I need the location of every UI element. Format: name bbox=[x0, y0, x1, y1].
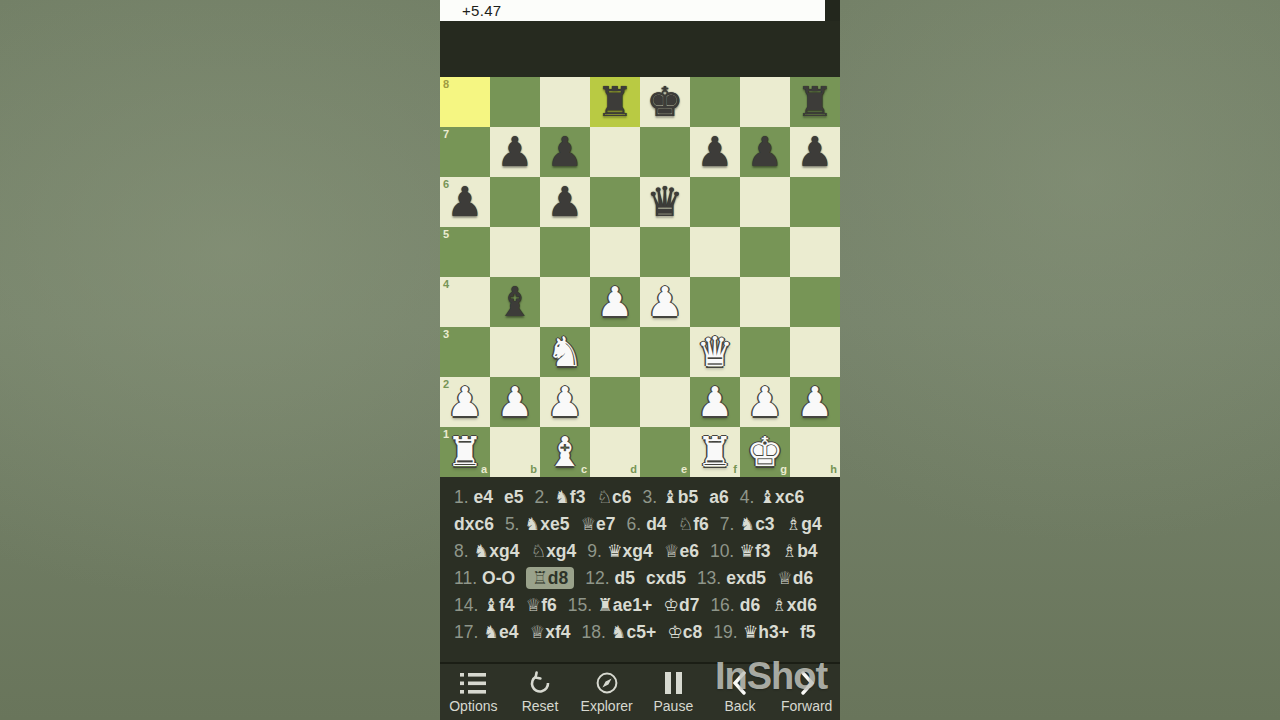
square-f3[interactable]: ♛ bbox=[690, 327, 740, 377]
chevron-right-icon bbox=[797, 670, 817, 696]
move[interactable]: ♝xc6 bbox=[759, 487, 804, 507]
eval-value: +5.47 bbox=[440, 2, 501, 19]
square-c3[interactable]: ♞ bbox=[540, 327, 590, 377]
move[interactable]: ♞e4 bbox=[483, 622, 518, 642]
move[interactable]: ♘c6 bbox=[596, 487, 631, 507]
white-pawn-c2[interactable]: ♟ bbox=[547, 377, 584, 427]
square-c5[interactable] bbox=[540, 227, 590, 277]
move[interactable]: ♗b4 bbox=[781, 541, 817, 561]
black-pawn-g7[interactable]: ♟ bbox=[747, 127, 784, 177]
square-c7[interactable]: ♟ bbox=[540, 127, 590, 177]
square-b3[interactable] bbox=[490, 327, 540, 377]
white-rook-a1[interactable]: ♜ bbox=[447, 427, 484, 477]
forward-label: Forward bbox=[781, 698, 832, 714]
forward-button[interactable]: Forward bbox=[773, 664, 840, 720]
move[interactable]: ♕d6 bbox=[777, 568, 813, 588]
compass-icon bbox=[595, 670, 619, 696]
move[interactable]: ♘xg4 bbox=[530, 541, 576, 561]
move[interactable]: ♞c3 bbox=[739, 514, 774, 534]
move[interactable]: ♞xe5 bbox=[525, 514, 570, 534]
pause-button[interactable]: Pause bbox=[640, 664, 707, 720]
rank-label-3: 3 bbox=[443, 329, 449, 340]
chevron-left-icon bbox=[730, 670, 750, 696]
move-number: 18. bbox=[581, 622, 605, 642]
move-line-4: 11.O-O♖d812.d5cxd513.exd5♕d6 bbox=[454, 565, 840, 592]
square-e1[interactable]: e bbox=[640, 427, 690, 477]
move[interactable]: ♞c5+ bbox=[611, 622, 656, 642]
square-c4[interactable] bbox=[540, 277, 590, 327]
square-h3[interactable] bbox=[790, 327, 840, 377]
square-e7[interactable] bbox=[640, 127, 690, 177]
move-number: 4. bbox=[740, 487, 755, 507]
square-e3[interactable] bbox=[640, 327, 690, 377]
square-a5[interactable]: 5 bbox=[440, 227, 490, 277]
black-rook-h8[interactable]: ♜ bbox=[797, 77, 834, 127]
move-number: 1. bbox=[454, 487, 469, 507]
square-b4[interactable]: ♝ bbox=[490, 277, 540, 327]
square-b7[interactable]: ♟ bbox=[490, 127, 540, 177]
white-pawn-a2[interactable]: ♟ bbox=[447, 377, 484, 427]
square-g1[interactable]: g♚ bbox=[740, 427, 790, 477]
file-label-h: h bbox=[830, 464, 837, 475]
move-number: 6. bbox=[627, 514, 642, 534]
move[interactable]: cxd5 bbox=[646, 568, 686, 588]
square-g3[interactable] bbox=[740, 327, 790, 377]
square-d4[interactable]: ♟ bbox=[590, 277, 640, 327]
square-b2[interactable]: ♟ bbox=[490, 377, 540, 427]
square-d5[interactable] bbox=[590, 227, 640, 277]
chess-app-window: +5.47 8♜♚♜7♟♟♟♟♟6♟♟♛54♝♟♟3♞♛2♟♟♟♟♟♟1a♜bc… bbox=[440, 0, 840, 720]
pause-label: Pause bbox=[654, 698, 694, 714]
eval-bar-white-fill: +5.47 bbox=[440, 0, 825, 21]
reset-button[interactable]: Reset bbox=[507, 664, 574, 720]
square-e2[interactable] bbox=[640, 377, 690, 427]
square-b8[interactable] bbox=[490, 77, 540, 127]
move-number: 7. bbox=[720, 514, 735, 534]
move-number: 12. bbox=[585, 568, 609, 588]
move-line-2: dxc65.♞xe5♕e76.d4♘f67.♞c3♗g4 bbox=[454, 511, 840, 538]
square-h5[interactable] bbox=[790, 227, 840, 277]
move-number: 19. bbox=[713, 622, 737, 642]
move[interactable]: ♜ae1+ bbox=[597, 595, 652, 615]
square-a3[interactable]: 3 bbox=[440, 327, 490, 377]
square-b1[interactable]: b bbox=[490, 427, 540, 477]
square-a8[interactable]: 8 bbox=[440, 77, 490, 127]
options-button[interactable]: Options bbox=[440, 664, 507, 720]
move[interactable]: ♕e6 bbox=[664, 541, 699, 561]
reset-icon bbox=[528, 670, 552, 696]
square-c2[interactable]: ♟ bbox=[540, 377, 590, 427]
move[interactable]: O-O bbox=[482, 568, 515, 588]
square-f1[interactable]: f♜ bbox=[690, 427, 740, 477]
rank-label-2: 2 bbox=[443, 379, 449, 390]
white-pawn-h2[interactable]: ♟ bbox=[797, 377, 834, 427]
move[interactable]: ♕f6 bbox=[526, 595, 557, 615]
white-pawn-b2[interactable]: ♟ bbox=[497, 377, 534, 427]
white-queen-f3[interactable]: ♛ bbox=[697, 327, 734, 377]
black-queen-e6[interactable]: ♛ bbox=[647, 177, 684, 227]
black-pawn-f7[interactable]: ♟ bbox=[697, 127, 734, 177]
chess-board[interactable]: 8♜♚♜7♟♟♟♟♟6♟♟♛54♝♟♟3♞♛2♟♟♟♟♟♟1a♜bc♝def♜g… bbox=[440, 77, 840, 477]
square-h7[interactable]: ♟ bbox=[790, 127, 840, 177]
pause-icon bbox=[664, 670, 683, 696]
move[interactable]: d5 bbox=[615, 568, 635, 588]
back-button[interactable]: Back bbox=[707, 664, 774, 720]
rank-label-4: 4 bbox=[443, 279, 449, 290]
square-f4[interactable] bbox=[690, 277, 740, 327]
black-pawn-c7[interactable]: ♟ bbox=[547, 127, 584, 177]
move[interactable]: a6 bbox=[709, 487, 728, 507]
square-g7[interactable]: ♟ bbox=[740, 127, 790, 177]
rank-label-8: 8 bbox=[443, 79, 449, 90]
move[interactable]: ♛f3 bbox=[739, 541, 770, 561]
rank-label-6: 6 bbox=[443, 179, 449, 190]
square-g4[interactable] bbox=[740, 277, 790, 327]
move[interactable]: e5 bbox=[504, 487, 523, 507]
options-label: Options bbox=[449, 698, 497, 714]
move[interactable]: ♔c8 bbox=[667, 622, 702, 642]
white-pawn-d4[interactable]: ♟ bbox=[597, 277, 634, 327]
explorer-label: Explorer bbox=[581, 698, 633, 714]
square-h4[interactable] bbox=[790, 277, 840, 327]
black-rook-d8[interactable]: ♜ bbox=[597, 77, 634, 127]
move-number: 17. bbox=[454, 622, 478, 642]
move-number: 8. bbox=[454, 541, 469, 561]
white-rook-f1[interactable]: ♜ bbox=[697, 427, 734, 477]
move[interactable]: ♝f4 bbox=[483, 595, 514, 615]
move[interactable]: ♗g4 bbox=[786, 514, 822, 534]
white-king-g1[interactable]: ♚ bbox=[747, 427, 784, 477]
square-f6[interactable] bbox=[690, 177, 740, 227]
white-bishop-c1[interactable]: ♝ bbox=[547, 427, 584, 477]
square-d1[interactable]: d bbox=[590, 427, 640, 477]
move[interactable]: ♗xd6 bbox=[771, 595, 817, 615]
square-f7[interactable]: ♟ bbox=[690, 127, 740, 177]
black-bishop-b4[interactable]: ♝ bbox=[497, 277, 534, 327]
square-a6[interactable]: 6♟ bbox=[440, 177, 490, 227]
move[interactable]: ♞f3 bbox=[554, 487, 585, 507]
eval-bar-black-fill bbox=[825, 0, 840, 21]
move[interactable]: ♛h3+ bbox=[743, 622, 789, 642]
rank-label-7: 7 bbox=[443, 129, 449, 140]
rank-label-1: 1 bbox=[443, 429, 449, 440]
move-number: 5. bbox=[505, 514, 520, 534]
square-a7[interactable]: 7 bbox=[440, 127, 490, 177]
move-number: 16. bbox=[710, 595, 734, 615]
move-number: 3. bbox=[643, 487, 658, 507]
white-pawn-f2[interactable]: ♟ bbox=[697, 377, 734, 427]
square-c6[interactable]: ♟ bbox=[540, 177, 590, 227]
black-pawn-b7[interactable]: ♟ bbox=[497, 127, 534, 177]
file-label-c: c bbox=[581, 464, 587, 475]
file-label-e: e bbox=[681, 464, 687, 475]
move[interactable]: ♘f6 bbox=[678, 514, 709, 534]
square-f8[interactable] bbox=[690, 77, 740, 127]
white-knight-c3[interactable]: ♞ bbox=[547, 327, 584, 377]
white-pawn-e4[interactable]: ♟ bbox=[647, 277, 684, 327]
move[interactable]: dxc6 bbox=[454, 514, 494, 534]
square-e5[interactable] bbox=[640, 227, 690, 277]
move-line-5: 14.♝f4♕f615.♜ae1+♔d716.d6♗xd6 bbox=[454, 592, 840, 619]
square-e8[interactable]: ♚ bbox=[640, 77, 690, 127]
square-d7[interactable] bbox=[590, 127, 640, 177]
move-number: 14. bbox=[454, 595, 478, 615]
explorer-button[interactable]: Explorer bbox=[573, 664, 640, 720]
black-pawn-a6[interactable]: ♟ bbox=[447, 177, 484, 227]
square-h6[interactable] bbox=[790, 177, 840, 227]
square-d8[interactable]: ♜ bbox=[590, 77, 640, 127]
square-f2[interactable]: ♟ bbox=[690, 377, 740, 427]
square-e6[interactable]: ♛ bbox=[640, 177, 690, 227]
white-pawn-g2[interactable]: ♟ bbox=[747, 377, 784, 427]
file-label-a: a bbox=[481, 464, 487, 475]
black-pawn-c6[interactable]: ♟ bbox=[547, 177, 584, 227]
square-c1[interactable]: c♝ bbox=[540, 427, 590, 477]
black-king-e8[interactable]: ♚ bbox=[647, 77, 684, 127]
move[interactable]: ♛xg4 bbox=[607, 541, 653, 561]
square-h2[interactable]: ♟ bbox=[790, 377, 840, 427]
back-label: Back bbox=[724, 698, 755, 714]
square-c8[interactable] bbox=[540, 77, 590, 127]
file-label-d: d bbox=[630, 464, 637, 475]
eval-bar: +5.47 bbox=[440, 0, 840, 21]
square-b5[interactable] bbox=[490, 227, 540, 277]
square-d3[interactable] bbox=[590, 327, 640, 377]
move[interactable]: ♞xg4 bbox=[474, 541, 520, 561]
square-h1[interactable]: h bbox=[790, 427, 840, 477]
move[interactable]: ♕e7 bbox=[580, 514, 615, 534]
square-d2[interactable] bbox=[590, 377, 640, 427]
move-number: 15. bbox=[568, 595, 592, 615]
move-number: 11. bbox=[454, 568, 477, 588]
file-label-f: f bbox=[733, 464, 737, 475]
square-b6[interactable] bbox=[490, 177, 540, 227]
square-g8[interactable] bbox=[740, 77, 790, 127]
move[interactable]: ♔d7 bbox=[663, 595, 699, 615]
app-header bbox=[440, 21, 840, 77]
black-pawn-h7[interactable]: ♟ bbox=[797, 127, 834, 177]
move[interactable]: exd5 bbox=[726, 568, 766, 588]
move-number: 2. bbox=[535, 487, 550, 507]
move-number: 10. bbox=[710, 541, 734, 561]
current-move[interactable]: ♖d8 bbox=[526, 567, 574, 589]
square-e4[interactable]: ♟ bbox=[640, 277, 690, 327]
file-label-g: g bbox=[780, 464, 787, 475]
move-line-1: 1.e4e52.♞f3♘c63.♝b5a64.♝xc6 bbox=[454, 484, 840, 511]
square-g6[interactable] bbox=[740, 177, 790, 227]
move[interactable]: ♕xf4 bbox=[529, 622, 570, 642]
move-list[interactable]: 1.e4e52.♞f3♘c63.♝b5a64.♝xc6dxc65.♞xe5♕e7… bbox=[440, 477, 840, 662]
square-a4[interactable]: 4 bbox=[440, 277, 490, 327]
move-number: 13. bbox=[697, 568, 721, 588]
move[interactable]: f5 bbox=[800, 622, 816, 642]
move-line-6: 17.♞e4♕xf418.♞c5+♔c819.♛h3+f5 bbox=[454, 619, 840, 646]
move-line-3: 8.♞xg4♘xg49.♛xg4♕e610.♛f3♗b4 bbox=[454, 538, 840, 565]
square-h8[interactable]: ♜ bbox=[790, 77, 840, 127]
square-d6[interactable] bbox=[590, 177, 640, 227]
square-g2[interactable]: ♟ bbox=[740, 377, 790, 427]
move-number: 9. bbox=[587, 541, 602, 561]
reset-label: Reset bbox=[522, 698, 559, 714]
square-a1[interactable]: 1a♜ bbox=[440, 427, 490, 477]
square-a2[interactable]: 2♟ bbox=[440, 377, 490, 427]
move[interactable]: e4 bbox=[474, 487, 493, 507]
square-g5[interactable] bbox=[740, 227, 790, 277]
list-icon bbox=[460, 670, 486, 696]
rank-label-5: 5 bbox=[443, 229, 449, 240]
square-f5[interactable] bbox=[690, 227, 740, 277]
file-label-b: b bbox=[530, 464, 537, 475]
move[interactable]: ♝b5 bbox=[662, 487, 698, 507]
move[interactable]: d4 bbox=[646, 514, 666, 534]
move[interactable]: d6 bbox=[740, 595, 760, 615]
bottom-toolbar: InShot OptionsResetExplorerPauseBackForw… bbox=[440, 662, 840, 720]
